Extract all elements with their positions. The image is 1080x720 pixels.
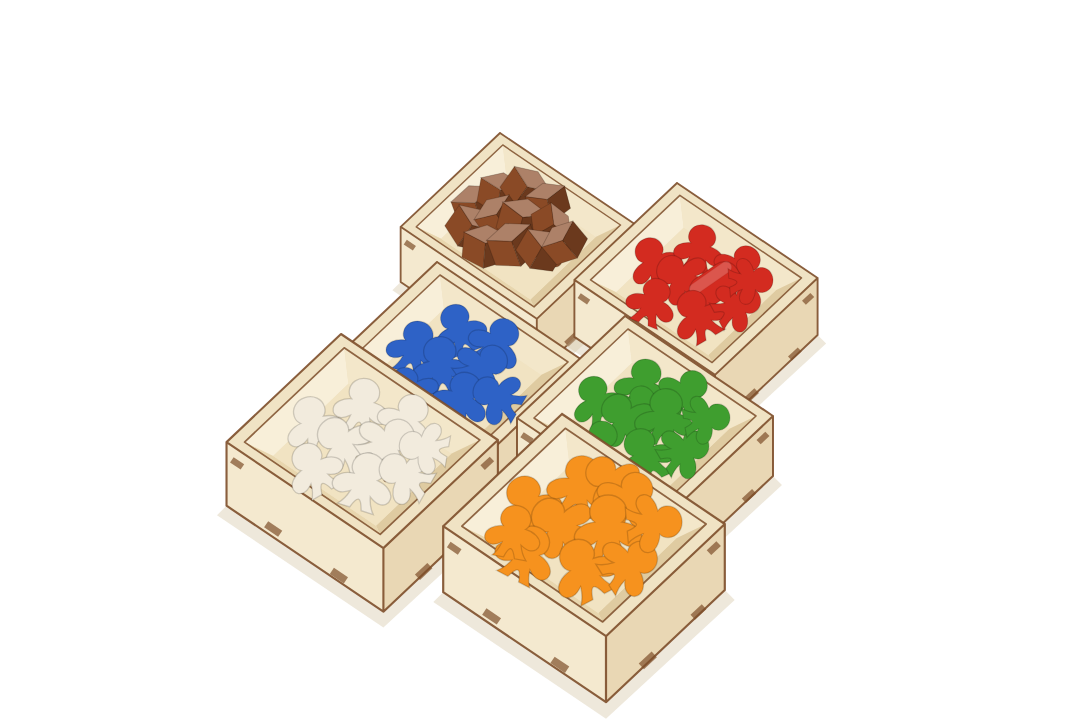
storage-boxes-illustration bbox=[0, 0, 1080, 720]
product-photo bbox=[0, 0, 1080, 720]
